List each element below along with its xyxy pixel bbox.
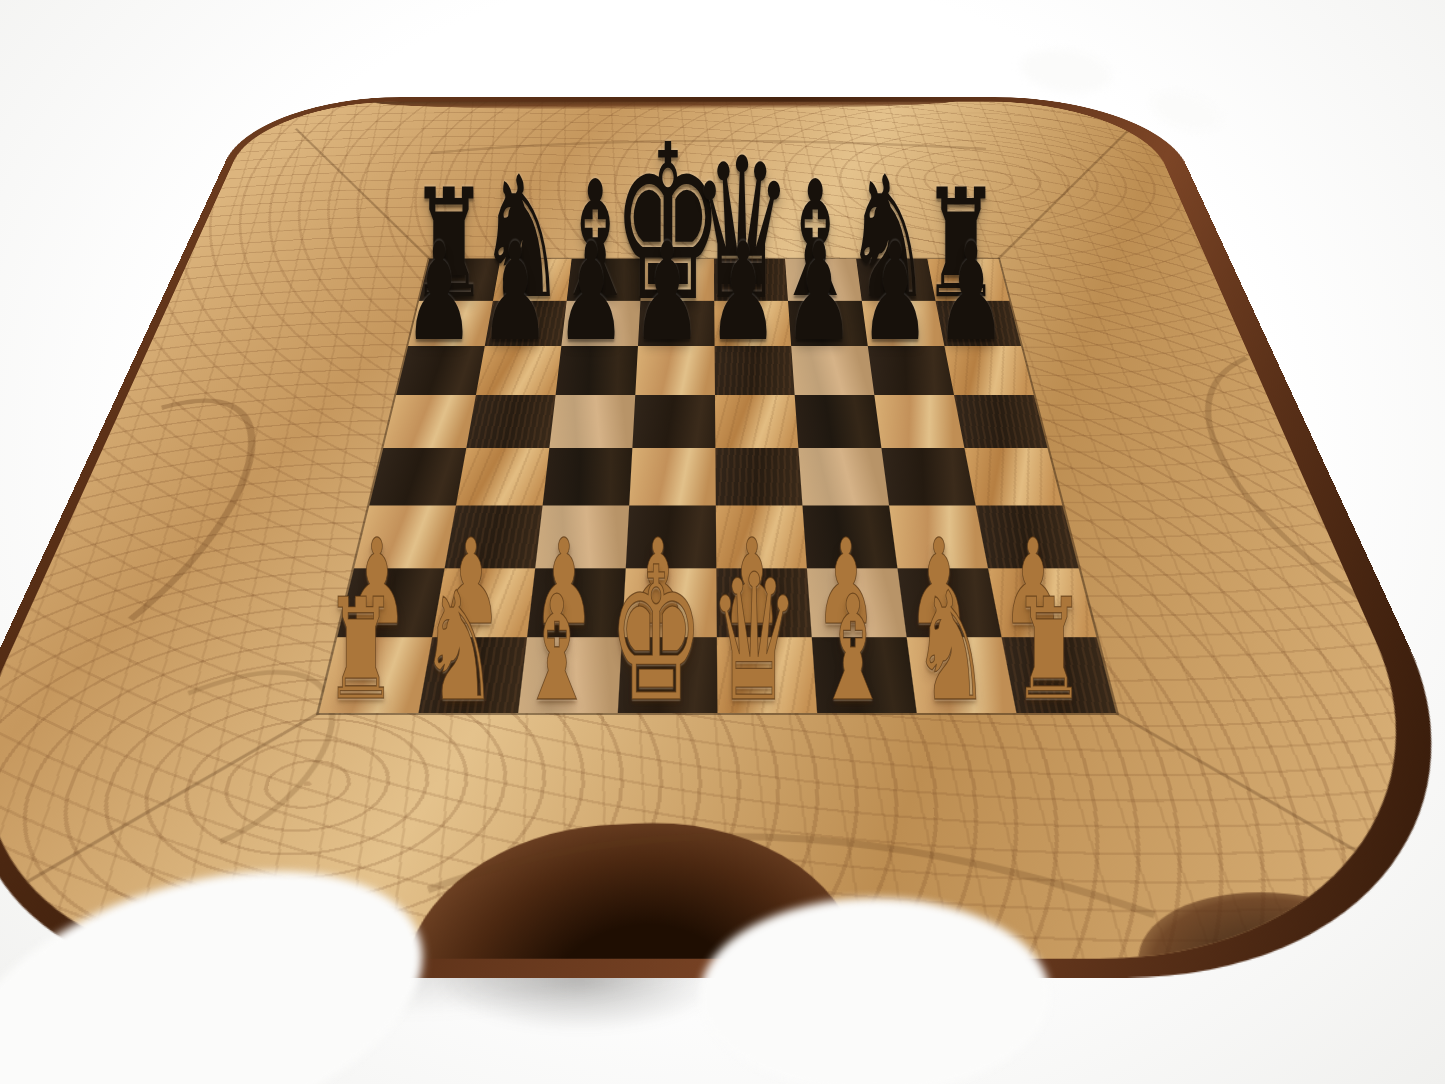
- piece-white-bishop-f1[interactable]: ♝: [815, 576, 890, 721]
- piece-black-pawn-b7[interactable]: ♟: [480, 225, 550, 360]
- piece-white-knight-b1[interactable]: ♞: [420, 572, 498, 722]
- piece-black-pawn-c7[interactable]: ♟: [556, 225, 626, 360]
- piece-black-pawn-e7[interactable]: ♟: [708, 225, 778, 360]
- piece-black-pawn-g7[interactable]: ♟: [860, 225, 930, 360]
- piece-black-pawn-a7[interactable]: ♟: [404, 225, 474, 360]
- pieces-layer: ♜♞♝♚♛♝♞♜♟♟♟♟♟♟♟♟♟♟♟♟♟♟♟♟♜♞♝♚♛♝♞♜: [0, 0, 1445, 1084]
- piece-black-pawn-f7[interactable]: ♟: [784, 225, 854, 360]
- piece-white-rook-a1[interactable]: ♜: [324, 580, 397, 720]
- piece-white-bishop-c1[interactable]: ♝: [520, 576, 595, 721]
- piece-white-king-d1[interactable]: ♚: [608, 543, 704, 728]
- page-background: { "game": "chess", "scene_description": …: [0, 0, 1445, 1084]
- piece-white-rook-h1[interactable]: ♜: [1013, 580, 1086, 720]
- piece-white-queen-e1[interactable]: ♛: [709, 552, 800, 727]
- piece-white-knight-g1[interactable]: ♞: [912, 572, 990, 722]
- piece-black-pawn-h7[interactable]: ♟: [935, 225, 1005, 360]
- piece-black-pawn-d7[interactable]: ♟: [632, 225, 702, 360]
